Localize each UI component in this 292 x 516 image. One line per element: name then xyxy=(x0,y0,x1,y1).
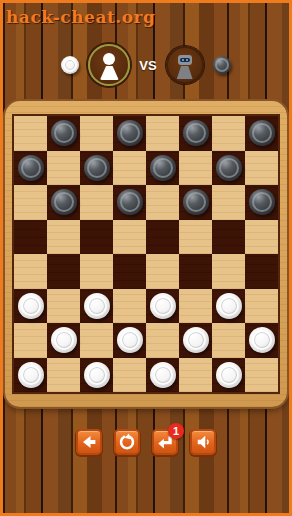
square-r8c3[interactable] xyxy=(80,358,113,393)
square-r7c3 xyxy=(80,323,113,358)
square-r3c4[interactable] xyxy=(113,185,146,220)
square-r7c4[interactable] xyxy=(113,323,146,358)
square-r1c6[interactable] xyxy=(179,116,212,151)
checker-black[interactable] xyxy=(51,189,77,215)
robot-player-avatar[interactable] xyxy=(166,46,204,84)
square-r5c7 xyxy=(212,254,245,289)
square-r7c8[interactable] xyxy=(245,323,278,358)
back-arrow-icon xyxy=(80,433,98,451)
checker-black[interactable] xyxy=(183,189,209,215)
checker-black[interactable] xyxy=(249,189,275,215)
square-r6c4 xyxy=(113,289,146,324)
checker-white[interactable] xyxy=(216,293,242,319)
square-r7c5 xyxy=(146,323,179,358)
checker-black[interactable] xyxy=(183,120,209,146)
square-r3c5 xyxy=(146,185,179,220)
person-icon xyxy=(103,53,115,65)
undo-button[interactable]: 1 xyxy=(152,429,178,455)
black-checker-indicator xyxy=(213,56,231,74)
board xyxy=(12,114,280,394)
white-checker-indicator xyxy=(61,56,79,74)
board-frame xyxy=(5,101,287,407)
square-r3c6[interactable] xyxy=(179,185,212,220)
checker-black[interactable] xyxy=(18,155,44,181)
checker-black[interactable] xyxy=(51,120,77,146)
checker-black[interactable] xyxy=(249,120,275,146)
restart-icon xyxy=(118,433,136,451)
sound-button[interactable] xyxy=(190,429,216,455)
square-r3c7 xyxy=(212,185,245,220)
square-r1c2[interactable] xyxy=(47,116,80,151)
checker-white[interactable] xyxy=(150,293,176,319)
square-r6c3[interactable] xyxy=(80,289,113,324)
square-r2c2 xyxy=(47,151,80,186)
square-r2c3[interactable] xyxy=(80,151,113,186)
square-r6c5[interactable] xyxy=(146,289,179,324)
square-r8c4 xyxy=(113,358,146,393)
checker-white[interactable] xyxy=(18,293,44,319)
square-r8c7[interactable] xyxy=(212,358,245,393)
square-r8c2 xyxy=(47,358,80,393)
square-r5c3 xyxy=(80,254,113,289)
square-r8c8 xyxy=(245,358,278,393)
square-r2c6 xyxy=(179,151,212,186)
square-r6c7[interactable] xyxy=(212,289,245,324)
square-r4c4 xyxy=(113,220,146,255)
square-r1c8[interactable] xyxy=(245,116,278,151)
square-r6c8 xyxy=(245,289,278,324)
checker-black[interactable] xyxy=(84,155,110,181)
square-r2c7[interactable] xyxy=(212,151,245,186)
checker-black[interactable] xyxy=(117,120,143,146)
square-r3c8[interactable] xyxy=(245,185,278,220)
square-r4c3[interactable] xyxy=(80,220,113,255)
square-r1c1 xyxy=(14,116,47,151)
app-screen: hack-cheat.org VS xyxy=(0,0,292,516)
speaker-icon xyxy=(194,433,212,451)
square-r5c2[interactable] xyxy=(47,254,80,289)
checker-black[interactable] xyxy=(216,155,242,181)
players-bar: VS xyxy=(3,44,289,86)
square-r7c2[interactable] xyxy=(47,323,80,358)
restart-button[interactable] xyxy=(114,429,140,455)
square-r6c6 xyxy=(179,289,212,324)
square-r3c3 xyxy=(80,185,113,220)
square-r1c5 xyxy=(146,116,179,151)
checker-white[interactable] xyxy=(216,362,242,388)
square-r5c1 xyxy=(14,254,47,289)
checker-white[interactable] xyxy=(51,327,77,353)
square-r6c2 xyxy=(47,289,80,324)
vs-label: VS xyxy=(139,58,156,73)
checker-white[interactable] xyxy=(183,327,209,353)
square-r7c7 xyxy=(212,323,245,358)
robot-icon xyxy=(178,55,192,65)
back-button[interactable] xyxy=(76,429,102,455)
square-r1c7 xyxy=(212,116,245,151)
checker-white[interactable] xyxy=(117,327,143,353)
square-r3c1 xyxy=(14,185,47,220)
square-r8c5[interactable] xyxy=(146,358,179,393)
square-r5c5 xyxy=(146,254,179,289)
square-r8c1[interactable] xyxy=(14,358,47,393)
checker-white[interactable] xyxy=(249,327,275,353)
square-r1c3 xyxy=(80,116,113,151)
square-r4c7[interactable] xyxy=(212,220,245,255)
square-r3c2[interactable] xyxy=(47,185,80,220)
checker-white[interactable] xyxy=(84,293,110,319)
square-r2c1[interactable] xyxy=(14,151,47,186)
controls-bar: 1 xyxy=(3,429,289,455)
square-r7c1 xyxy=(14,323,47,358)
square-r5c8[interactable] xyxy=(245,254,278,289)
checker-white[interactable] xyxy=(18,362,44,388)
square-r4c1[interactable] xyxy=(14,220,47,255)
square-r4c8 xyxy=(245,220,278,255)
square-r1c4[interactable] xyxy=(113,116,146,151)
square-r5c6[interactable] xyxy=(179,254,212,289)
square-r2c8 xyxy=(245,151,278,186)
watermark-text: hack-cheat.org xyxy=(6,7,155,27)
undo-count-badge: 1 xyxy=(168,423,184,439)
checker-white[interactable] xyxy=(84,362,110,388)
square-r4c5[interactable] xyxy=(146,220,179,255)
square-r7c6[interactable] xyxy=(179,323,212,358)
square-r2c5[interactable] xyxy=(146,151,179,186)
checker-black[interactable] xyxy=(117,189,143,215)
square-r4c6 xyxy=(179,220,212,255)
square-r5c4[interactable] xyxy=(113,254,146,289)
checker-white[interactable] xyxy=(150,362,176,388)
square-r8c6 xyxy=(179,358,212,393)
square-r2c4 xyxy=(113,151,146,186)
human-player-avatar[interactable] xyxy=(88,44,130,86)
square-r4c2 xyxy=(47,220,80,255)
square-r6c1[interactable] xyxy=(14,289,47,324)
checker-black[interactable] xyxy=(150,155,176,181)
